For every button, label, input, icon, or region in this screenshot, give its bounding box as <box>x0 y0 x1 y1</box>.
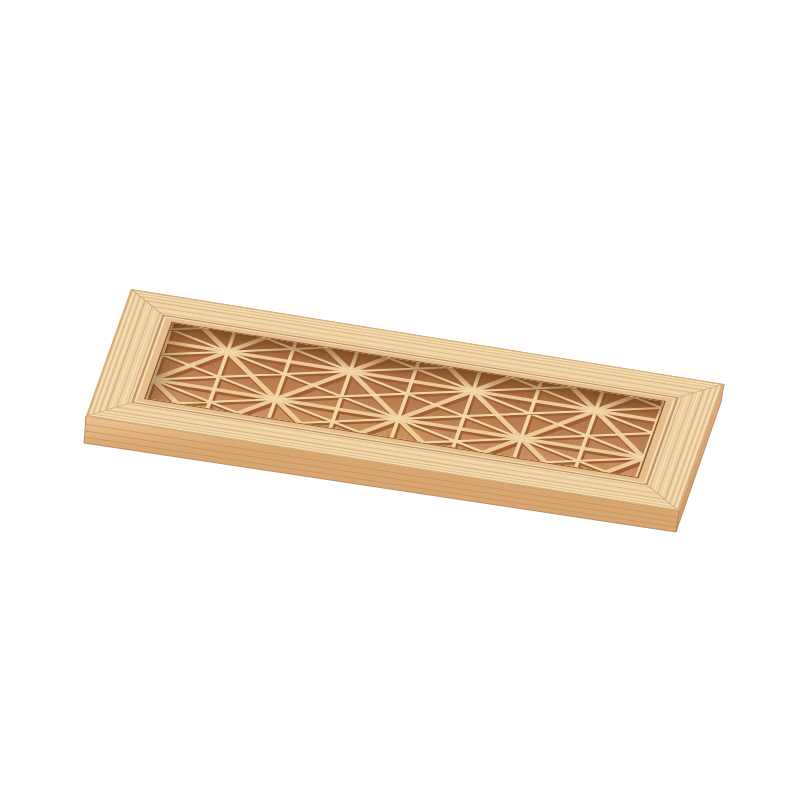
panel-top-face <box>14 277 800 532</box>
kumiko-panel <box>0 0 800 800</box>
product-photo <box>0 0 800 800</box>
panel-svg <box>0 0 800 800</box>
